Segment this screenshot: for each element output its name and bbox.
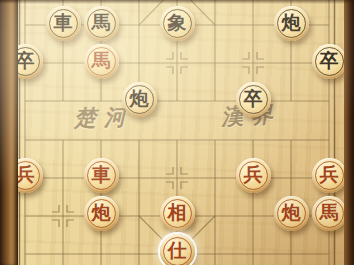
piece-ring [315, 47, 344, 76]
piece-ring [125, 85, 154, 114]
piece-red-horse-i7[interactable]: 馬 [312, 196, 347, 231]
piece-ring [239, 85, 268, 114]
piece-red-chariot-c6[interactable]: 車 [84, 158, 119, 193]
board-frame-right [344, 0, 354, 265]
piece-red-advisor-e8[interactable]: 仕 [160, 234, 195, 265]
piece-black-elephant-e2[interactable]: 象 [160, 6, 195, 41]
piece-black-cannon-d4[interactable]: 炮 [122, 82, 157, 117]
piece-ring [315, 161, 344, 190]
piece-red-elephant-e7[interactable]: 相 [160, 196, 195, 231]
piece-red-soldier-g6[interactable]: 兵 [236, 158, 271, 193]
piece-black-chariot-b2[interactable]: 車 [46, 6, 81, 41]
piece-black-horse-c2[interactable]: 馬 [84, 6, 119, 41]
piece-ring [163, 9, 192, 38]
piece-ring [87, 9, 116, 38]
piece-red-horse-c3[interactable]: 馬 [84, 44, 119, 79]
piece-ring [163, 237, 192, 265]
piece-ring [49, 9, 78, 38]
piece-black-soldier-i3[interactable]: 卒 [312, 44, 347, 79]
piece-red-soldier-i6[interactable]: 兵 [312, 158, 347, 193]
board-frame-left [0, 0, 18, 265]
piece-black-cannon-h2[interactable]: 炮 [274, 6, 309, 41]
piece-ring [87, 199, 116, 228]
piece-ring [315, 199, 344, 228]
piece-grid: 車馬象炮卒馬卒炮卒兵車兵兵炮相炮馬仕 [6, 6, 348, 265]
piece-red-cannon-h7[interactable]: 炮 [274, 196, 309, 231]
piece-ring [277, 199, 306, 228]
piece-ring [277, 9, 306, 38]
piece-ring [87, 47, 116, 76]
piece-ring [163, 199, 192, 228]
piece-red-cannon-c7[interactable]: 炮 [84, 196, 119, 231]
piece-black-soldier-g4[interactable]: 卒 [236, 82, 271, 117]
piece-ring [87, 161, 116, 190]
piece-ring [239, 161, 268, 190]
xiangqi-board: 楚河 漢界 車馬象炮卒馬卒炮卒兵車兵兵炮相炮馬仕 [0, 0, 354, 265]
